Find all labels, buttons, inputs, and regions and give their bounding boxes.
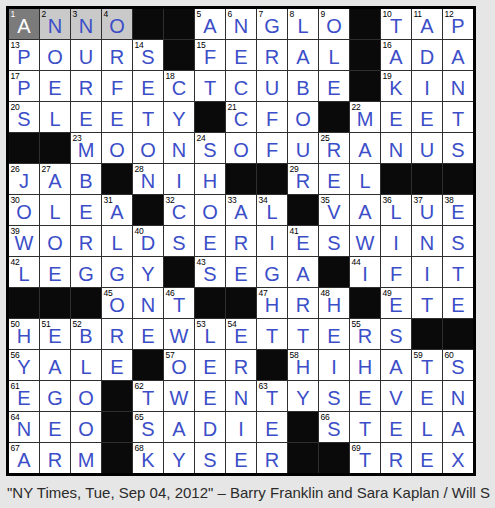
cell-letter: A [17,450,30,470]
grid-cell[interactable]: I [381,226,411,256]
grid-cell[interactable]: 32C [164,195,194,225]
grid-cell[interactable]: E [102,102,132,132]
grid-cell[interactable]: 62T [133,381,163,411]
grid-cell[interactable]: E [40,71,70,101]
cell-letter: L [49,109,60,129]
cell-letter: E [234,264,247,284]
grid-cell[interactable]: 17P [9,71,39,101]
cell-letter: S [203,450,216,470]
cell-letter: T [266,326,278,346]
cell-letter: O [171,357,187,377]
grid-cell[interactable]: N [226,381,256,411]
cell-number: 69 [352,444,361,453]
cell-letter: U [420,202,434,222]
grid-cell[interactable]: E [319,164,349,194]
grid-cell[interactable]: 42L [9,257,39,287]
grid-cell[interactable]: L [412,412,442,442]
grid-cell[interactable]: N [443,71,473,101]
grid-cell[interactable]: O [71,412,101,442]
grid-cell[interactable]: E [71,102,101,132]
black-cell [288,412,318,442]
grid-cell[interactable]: U [288,133,318,163]
cell-letter: O [78,388,94,408]
grid-cell[interactable]: E [319,71,349,101]
cell-letter: H [296,357,310,377]
grid-cell[interactable]: I [319,350,349,380]
cell-letter: S [141,47,154,67]
grid-cell[interactable]: S [319,381,349,411]
grid-cell[interactable]: N [381,133,411,163]
grid-cell[interactable]: L [350,164,380,194]
cell-letter: M [357,109,374,129]
cell-letter: E [48,264,61,284]
cell-number: 57 [166,351,175,360]
black-cell [319,257,349,287]
grid-cell[interactable]: T [257,319,287,349]
cell-letter: S [327,388,340,408]
cell-letter: O [109,295,125,315]
grid-cell[interactable]: R [71,226,101,256]
grid-cell[interactable]: O [195,195,225,225]
cell-letter: T [173,295,185,315]
cell-number: 46 [166,289,175,298]
cell-letter: G [264,16,280,36]
cell-letter: L [421,419,432,439]
grid-cell[interactable]: A [443,412,473,442]
black-cell [350,40,380,70]
grid-cell[interactable]: 43S [195,257,225,287]
grid-cell[interactable]: R [40,443,70,473]
cell-letter: E [203,388,216,408]
grid-cell[interactable]: N [164,133,194,163]
grid-cell[interactable]: E [350,381,380,411]
black-cell [102,164,132,194]
cell-letter: W [15,233,34,253]
grid-cell[interactable]: 49E [381,288,411,318]
cell-number: 61 [11,382,20,391]
grid-cell[interactable]: A [443,40,473,70]
grid-cell[interactable]: 9O [319,9,349,39]
grid-cell[interactable]: B [71,164,101,194]
grid-cell[interactable]: E [195,381,225,411]
grid-cell[interactable]: 29R [288,164,318,194]
cell-letter: H [358,357,372,377]
grid-cell[interactable]: U [71,40,101,70]
grid-cell[interactable]: E [226,257,256,287]
grid-cell[interactable]: O [288,102,318,132]
grid-cell[interactable]: E [40,257,70,287]
grid-cell[interactable]: G [257,257,287,287]
black-cell [133,195,163,225]
grid-cell[interactable]: E [412,381,442,411]
grid-cell[interactable]: A [288,40,318,70]
grid-cell[interactable]: 34L [257,195,287,225]
grid-cell[interactable]: E [412,102,442,132]
grid-cell[interactable]: 4O [102,9,132,39]
grid-cell[interactable]: H [195,164,225,194]
cell-letter: S [141,419,154,439]
grid-cell[interactable]: T [412,288,442,318]
grid-cell[interactable]: O [40,40,70,70]
grid-cell[interactable]: L [319,40,349,70]
cell-number: 39 [11,227,20,236]
cell-number: 62 [135,382,144,391]
cell-letter: X [451,450,464,470]
grid-cell[interactable]: E [319,319,349,349]
grid-cell[interactable]: 55R [350,319,380,349]
cell-letter: A [389,357,402,377]
black-cell [350,9,380,39]
cell-letter: E [48,419,61,439]
grid-cell[interactable]: 1A [9,9,39,39]
grid-cell[interactable]: U [257,71,287,101]
grid-cell[interactable]: 5A [195,9,225,39]
cell-letter: B [296,78,309,98]
grid-cell[interactable]: 58H [288,350,318,380]
grid-cell[interactable]: I [257,226,287,256]
grid-cell[interactable]: 37U [412,195,442,225]
grid-cell[interactable]: L [71,350,101,380]
grid-cell[interactable]: A [350,195,380,225]
grid-cell[interactable]: 15F [195,40,225,70]
grid-cell[interactable]: 66S [319,412,349,442]
cell-letter: T [421,357,433,377]
grid-cell[interactable]: 40D [133,226,163,256]
cell-number: 44 [352,258,361,267]
grid-cell[interactable]: E [71,195,101,225]
grid-cell[interactable]: R [102,319,132,349]
grid-cell[interactable]: T [350,412,380,442]
cell-letter: Y [17,357,30,377]
grid-cell[interactable]: 26J [9,164,39,194]
cell-letter: N [48,16,62,36]
grid-cell[interactable]: 6N [226,9,256,39]
grid-cell[interactable]: W [164,319,194,349]
grid-cell[interactable]: 28N [133,164,163,194]
cell-letter: P [17,78,30,98]
grid-cell[interactable]: Y [133,257,163,287]
cell-letter: E [327,171,340,191]
grid-cell[interactable]: S [381,319,411,349]
cell-letter: N [172,140,186,160]
grid-cell[interactable]: 35V [319,195,349,225]
grid-cell[interactable]: R [226,226,256,256]
grid-cell[interactable]: E [257,412,287,442]
cell-letter: D [203,419,217,439]
cell-letter: E [389,419,402,439]
grid-cell[interactable]: S [443,133,473,163]
grid-cell[interactable]: 54E [226,319,256,349]
grid-cell[interactable]: 67A [9,443,39,473]
cell-letter: I [331,357,337,377]
grid-cell[interactable]: V [381,381,411,411]
grid-cell[interactable]: O [40,226,70,256]
cell-letter: E [110,109,123,129]
grid-cell[interactable]: 2N [40,9,70,39]
grid-cell[interactable]: R [71,71,101,101]
cell-letter: L [80,357,91,377]
cell-letter: O [109,16,125,36]
grid-cell[interactable]: 16A [381,40,411,70]
grid-cell[interactable]: E [40,412,70,442]
grid-cell[interactable]: 44I [350,257,380,287]
grid-cell[interactable]: 22M [350,102,380,132]
grid-cell[interactable]: 11A [412,9,442,39]
cell-letter: G [47,388,63,408]
grid-cell[interactable]: A [350,133,380,163]
cell-letter: D [420,47,434,67]
cell-letter: E [389,109,402,129]
grid-cell[interactable]: O [102,133,132,163]
grid-cell[interactable]: G [71,257,101,287]
grid-cell[interactable]: 57O [164,350,194,380]
black-cell [9,133,39,163]
grid-cell[interactable]: A [164,412,194,442]
grid-cell[interactable]: 33A [226,195,256,225]
cell-letter: V [389,388,402,408]
cell-letter: R [110,47,124,67]
grid-cell[interactable]: 59T [412,350,442,380]
grid-cell[interactable]: E [412,443,442,473]
grid-cell[interactable]: 64N [9,412,39,442]
grid-cell[interactable]: I [226,412,256,442]
cell-letter: C [234,109,248,129]
cell-number: 38 [445,196,454,205]
cell-letter: R [327,140,341,160]
grid-cell[interactable]: T [443,257,473,287]
grid-cell[interactable]: 63T [257,381,287,411]
grid-cell[interactable]: T [133,102,163,132]
black-cell [350,288,380,318]
cell-number: 58 [290,351,299,360]
cell-letter: E [265,419,278,439]
grid-cell[interactable]: M [71,443,101,473]
cell-letter: O [326,16,342,36]
cell-letter: I [238,419,244,439]
grid-cell[interactable]: E [226,40,256,70]
grid-cell[interactable]: E [133,319,163,349]
grid-cell[interactable]: E [226,443,256,473]
cell-letter: O [47,47,63,67]
grid-cell[interactable]: C [226,71,256,101]
black-cell [443,164,473,194]
grid-cell[interactable]: 19K [381,71,411,101]
grid-cell[interactable]: I [412,257,442,287]
cell-number: 63 [259,382,268,391]
grid-cell[interactable]: L [102,226,132,256]
cell-letter: E [203,233,216,253]
grid-cell[interactable]: T [288,319,318,349]
cell-letter: H [203,171,217,191]
cell-number: 27 [42,165,51,174]
grid-cell[interactable]: G [40,381,70,411]
grid-cell[interactable]: O [133,133,163,163]
grid-cell[interactable]: S [164,226,194,256]
grid-cell[interactable]: S [195,443,225,473]
grid-cell[interactable]: 21C [226,102,256,132]
grid-cell[interactable]: 36L [381,195,411,225]
grid-cell[interactable]: 8L [288,9,318,39]
grid-cell[interactable]: F [257,102,287,132]
grid-cell[interactable]: R [102,40,132,70]
grid-cell[interactable]: W [350,226,380,256]
grid-cell[interactable]: E [102,350,132,380]
grid-cell[interactable]: 12P [443,9,473,39]
grid-cell[interactable]: L [40,195,70,225]
grid-cell[interactable]: S [319,226,349,256]
grid-cell[interactable]: 48H [319,288,349,318]
grid-cell[interactable]: 31A [102,195,132,225]
grid-cell[interactable]: F [381,257,411,287]
grid-cell[interactable]: R [381,443,411,473]
grid-cell[interactable]: 68K [133,443,163,473]
grid-cell[interactable]: 14S [133,40,163,70]
cell-number: 42 [11,258,20,267]
grid-cell[interactable]: 47H [257,288,287,318]
grid-cell[interactable]: G [102,257,132,287]
cell-letter: S [389,326,402,346]
cell-number: 5 [197,10,201,19]
grid-cell[interactable]: 18C [164,71,194,101]
grid-cell[interactable]: A [381,350,411,380]
grid-cell[interactable]: N [412,226,442,256]
grid-cell[interactable]: 30O [9,195,39,225]
cell-letter: S [451,233,464,253]
grid-cell[interactable]: E [133,71,163,101]
grid-cell[interactable]: 25R [319,133,349,163]
grid-cell[interactable]: H [350,350,380,380]
grid-cell[interactable]: Y [164,443,194,473]
cell-number: 10 [383,10,392,19]
black-cell [257,164,287,194]
cell-letter: E [389,295,402,315]
cell-letter: E [327,78,340,98]
grid-cell[interactable]: O [226,133,256,163]
grid-cell[interactable]: A [288,257,318,287]
grid-cell[interactable]: D [412,40,442,70]
grid-cell[interactable]: U [412,133,442,163]
cell-letter: E [48,78,61,98]
grid-cell[interactable]: N [133,288,163,318]
cell-number: 67 [11,444,20,453]
grid-cell[interactable]: 3N [71,9,101,39]
grid-cell[interactable]: E [443,288,473,318]
cell-number: 19 [383,72,392,81]
cell-number: 30 [11,196,20,205]
cell-number: 28 [135,165,144,174]
grid-cell[interactable]: 69T [350,443,380,473]
cell-letter: R [234,357,248,377]
cell-number: 14 [135,41,144,50]
grid-cell[interactable]: A [40,350,70,380]
grid-cell[interactable]: X [443,443,473,473]
grid-cell[interactable]: 24S [195,133,225,163]
grid-cell[interactable]: 45O [102,288,132,318]
grid-cell[interactable]: E [381,412,411,442]
grid-cell[interactable]: R [288,288,318,318]
grid-cell[interactable]: W [164,381,194,411]
grid-cell[interactable]: 53L [195,319,225,349]
cell-letter: L [204,326,215,346]
black-cell [102,443,132,473]
cell-letter: S [203,264,216,284]
grid-cell[interactable]: 20S [9,102,39,132]
grid-cell[interactable]: B [288,71,318,101]
grid-cell[interactable]: 27A [40,164,70,194]
grid-cell[interactable]: O [71,381,101,411]
cell-letter: O [78,419,94,439]
grid-cell[interactable]: I [412,71,442,101]
grid-cell[interactable]: 61E [9,381,39,411]
cell-number: 48 [321,289,330,298]
cell-letter: E [110,357,123,377]
grid-cell[interactable]: 46T [164,288,194,318]
grid-cell[interactable]: E [195,350,225,380]
cell-letter: P [17,47,30,67]
grid-cell[interactable]: R [257,443,287,473]
grid-cell[interactable]: 38E [443,195,473,225]
grid-cell[interactable]: R [257,40,287,70]
black-cell [164,40,194,70]
grid-cell[interactable]: Y [288,381,318,411]
grid-cell[interactable]: 23M [71,133,101,163]
grid-cell[interactable]: N [443,381,473,411]
grid-cell[interactable]: 39W [9,226,39,256]
grid-cell[interactable]: T [443,102,473,132]
grid-cell[interactable]: 7G [257,9,287,39]
grid-cell[interactable]: 10T [381,9,411,39]
cell-letter: E [79,109,92,129]
grid-cell[interactable]: L [40,102,70,132]
grid-cell[interactable]: S [443,226,473,256]
cell-letter: T [421,295,433,315]
grid-cell[interactable]: D [195,412,225,442]
black-cell [226,164,256,194]
cell-letter: N [141,171,155,191]
puzzle-caption: "NY Times, Tue, Sep 04, 2012" – Barry Fr… [7,484,495,502]
cell-letter: W [170,326,189,346]
cell-number: 29 [290,165,299,174]
cell-letter: A [172,419,185,439]
cell-letter: F [266,140,278,160]
grid-cell[interactable]: 50H [9,319,39,349]
grid-cell[interactable]: 56Y [9,350,39,380]
grid-cell[interactable]: F [257,133,287,163]
grid-cell[interactable]: 51E [40,319,70,349]
black-cell [288,195,318,225]
grid-cell[interactable]: 41E [288,226,318,256]
grid-cell[interactable]: 65S [133,412,163,442]
cell-letter: E [141,78,154,98]
grid-cell[interactable]: I [164,164,194,194]
cell-letter: C [172,78,186,98]
cell-letter: A [296,47,309,67]
grid-cell[interactable]: R [226,350,256,380]
grid-cell[interactable]: E [381,102,411,132]
grid-cell[interactable]: T [195,71,225,101]
grid-cell[interactable]: Y [164,102,194,132]
cell-letter: Y [172,109,185,129]
cell-number: 40 [135,227,144,236]
grid-cell[interactable]: 13P [9,40,39,70]
cell-number: 31 [104,196,113,205]
grid-cell[interactable]: 60S [443,350,473,380]
grid-cell[interactable]: F [102,71,132,101]
cell-letter: T [142,109,154,129]
grid-cell[interactable]: E [195,226,225,256]
cell-number: 36 [383,196,392,205]
grid-cell[interactable]: 52B [71,319,101,349]
